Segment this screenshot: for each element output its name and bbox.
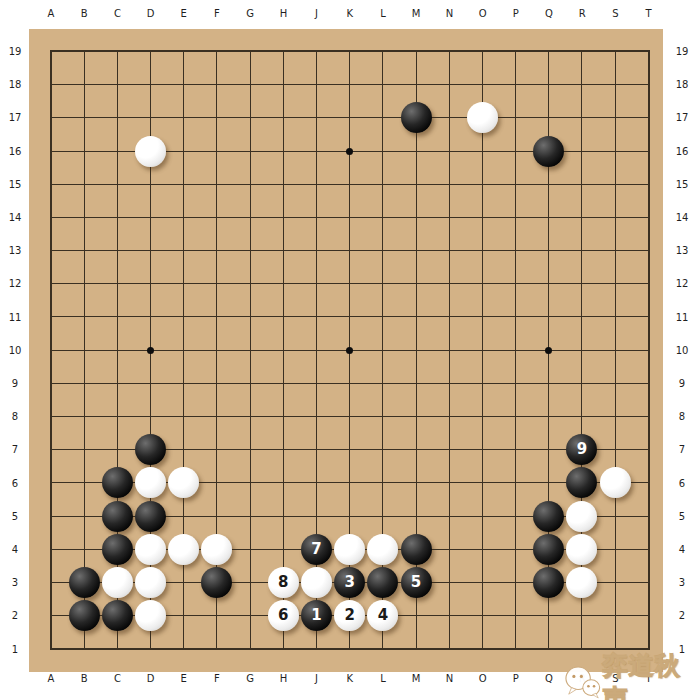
board-intersection[interactable] [167, 533, 200, 566]
board-intersection[interactable] [466, 267, 499, 300]
board-intersection[interactable] [333, 234, 366, 267]
board-intersection[interactable] [68, 334, 101, 367]
white-stone[interactable] [135, 136, 166, 167]
board-intersection[interactable] [499, 400, 532, 433]
board-intersection[interactable] [234, 433, 267, 466]
board-intersection[interactable] [200, 201, 233, 234]
board-intersection[interactable] [366, 68, 399, 101]
board-intersection[interactable] [532, 500, 565, 533]
board-intersection[interactable] [167, 300, 200, 333]
board-intersection[interactable] [134, 267, 167, 300]
board-intersection[interactable] [433, 500, 466, 533]
board-intersection[interactable] [599, 201, 632, 234]
board-intersection[interactable] [300, 134, 333, 167]
white-stone[interactable] [566, 567, 597, 598]
board-intersection[interactable] [68, 599, 101, 632]
board-intersection[interactable] [200, 234, 233, 267]
board-intersection[interactable] [267, 201, 300, 234]
board-intersection[interactable] [599, 533, 632, 566]
board-intersection[interactable] [234, 566, 267, 599]
board-intersection[interactable] [433, 466, 466, 499]
board-intersection[interactable] [267, 35, 300, 68]
board-intersection[interactable] [399, 400, 432, 433]
white-stone[interactable] [201, 534, 232, 565]
board-intersection[interactable] [300, 632, 333, 665]
board-intersection[interactable] [234, 367, 267, 400]
board-intersection[interactable] [68, 234, 101, 267]
board-intersection[interactable] [632, 632, 665, 665]
board-intersection[interactable] [466, 201, 499, 234]
board-intersection[interactable] [599, 334, 632, 367]
board-intersection[interactable] [68, 533, 101, 566]
board-intersection[interactable] [565, 400, 598, 433]
board-intersection[interactable] [101, 334, 134, 367]
board-intersection[interactable] [433, 533, 466, 566]
board-intersection[interactable] [167, 466, 200, 499]
board-intersection[interactable] [399, 68, 432, 101]
board-intersection[interactable] [234, 466, 267, 499]
board-intersection[interactable] [399, 101, 432, 134]
board-intersection[interactable] [300, 234, 333, 267]
move-5-stone[interactable]: 5 [401, 567, 432, 598]
black-stone[interactable] [367, 567, 398, 598]
white-stone[interactable] [334, 534, 365, 565]
board-intersection[interactable] [167, 599, 200, 632]
board-intersection[interactable] [101, 632, 134, 665]
board-intersection[interactable] [565, 267, 598, 300]
board-intersection[interactable] [68, 466, 101, 499]
board-intersection[interactable] [68, 267, 101, 300]
board-intersection[interactable] [200, 632, 233, 665]
board-intersection[interactable] [333, 500, 366, 533]
board-intersection[interactable] [399, 599, 432, 632]
board-intersection[interactable] [267, 367, 300, 400]
board-intersection[interactable] [565, 68, 598, 101]
board-intersection[interactable] [599, 101, 632, 134]
board-intersection[interactable] [234, 68, 267, 101]
board-intersection[interactable] [366, 267, 399, 300]
board-intersection[interactable] [68, 566, 101, 599]
board-intersection[interactable] [234, 134, 267, 167]
board-intersection[interactable] [267, 533, 300, 566]
board-intersection[interactable] [300, 201, 333, 234]
board-intersection[interactable] [134, 168, 167, 201]
board-intersection[interactable]: 2 [333, 599, 366, 632]
board-intersection[interactable] [632, 101, 665, 134]
board-intersection[interactable] [366, 234, 399, 267]
board-intersection[interactable] [532, 400, 565, 433]
board-intersection[interactable] [267, 234, 300, 267]
board-intersection[interactable] [167, 632, 200, 665]
board-intersection[interactable] [366, 334, 399, 367]
board-intersection[interactable] [565, 234, 598, 267]
board-intersection[interactable] [466, 300, 499, 333]
board-intersection[interactable] [632, 500, 665, 533]
white-stone[interactable] [135, 467, 166, 498]
board-intersection[interactable] [565, 134, 598, 167]
board-intersection[interactable] [167, 400, 200, 433]
board-intersection[interactable] [433, 35, 466, 68]
board-intersection[interactable] [134, 433, 167, 466]
board-intersection[interactable] [565, 300, 598, 333]
board-intersection[interactable] [200, 533, 233, 566]
board-intersection[interactable] [167, 367, 200, 400]
board-intersection[interactable] [234, 168, 267, 201]
board-intersection[interactable] [532, 367, 565, 400]
board-intersection[interactable] [499, 168, 532, 201]
board-intersection[interactable] [466, 68, 499, 101]
board-intersection[interactable] [433, 134, 466, 167]
board-intersection[interactable] [466, 101, 499, 134]
board-intersection[interactable] [532, 334, 565, 367]
board-intersection[interactable] [167, 35, 200, 68]
board-intersection[interactable] [167, 334, 200, 367]
board-intersection[interactable] [499, 68, 532, 101]
board-intersection[interactable] [599, 599, 632, 632]
board-intersection[interactable] [68, 500, 101, 533]
board-intersection[interactable] [433, 201, 466, 234]
board-intersection[interactable] [599, 68, 632, 101]
board-intersection[interactable] [267, 267, 300, 300]
white-stone[interactable] [467, 102, 498, 133]
board-intersection[interactable] [532, 466, 565, 499]
board-intersection[interactable] [466, 433, 499, 466]
board-intersection[interactable] [399, 334, 432, 367]
board-intersection[interactable] [366, 201, 399, 234]
board-intersection[interactable] [366, 101, 399, 134]
board-intersection[interactable]: 3 [333, 566, 366, 599]
board-intersection[interactable] [532, 566, 565, 599]
white-stone[interactable] [135, 600, 166, 631]
board-intersection[interactable] [234, 400, 267, 433]
board-intersection[interactable] [134, 101, 167, 134]
board-intersection[interactable] [632, 68, 665, 101]
board-intersection[interactable] [101, 400, 134, 433]
move-2-stone[interactable]: 2 [334, 600, 365, 631]
white-stone[interactable] [168, 467, 199, 498]
black-stone[interactable] [533, 136, 564, 167]
board-intersection[interactable] [34, 35, 67, 68]
board-intersection[interactable] [366, 168, 399, 201]
board-intersection[interactable] [466, 35, 499, 68]
board-intersection[interactable] [466, 234, 499, 267]
board-intersection[interactable] [34, 632, 67, 665]
board-intersection[interactable] [466, 466, 499, 499]
board-intersection[interactable] [134, 234, 167, 267]
board-intersection[interactable] [499, 466, 532, 499]
board-intersection[interactable] [267, 68, 300, 101]
board-intersection[interactable] [101, 433, 134, 466]
board-intersection[interactable] [499, 500, 532, 533]
board-intersection[interactable] [499, 134, 532, 167]
board-intersection[interactable] [167, 68, 200, 101]
board-intersection[interactable] [632, 533, 665, 566]
black-stone[interactable] [69, 600, 100, 631]
board-intersection[interactable] [101, 599, 134, 632]
black-stone[interactable] [566, 467, 597, 498]
black-stone[interactable] [401, 102, 432, 133]
board-intersection[interactable] [134, 599, 167, 632]
board-intersection[interactable] [565, 201, 598, 234]
board-intersection[interactable] [267, 433, 300, 466]
board-intersection[interactable] [632, 134, 665, 167]
board-intersection[interactable] [167, 134, 200, 167]
white-stone[interactable] [301, 567, 332, 598]
board-intersection[interactable] [68, 300, 101, 333]
board-intersection[interactable] [532, 300, 565, 333]
board-intersection[interactable] [499, 632, 532, 665]
board-intersection[interactable] [300, 367, 333, 400]
board-intersection[interactable] [200, 500, 233, 533]
board-intersection[interactable] [267, 101, 300, 134]
board-intersection[interactable] [34, 433, 67, 466]
board-intersection[interactable] [68, 168, 101, 201]
board-intersection[interactable] [632, 433, 665, 466]
board-intersection[interactable] [499, 267, 532, 300]
board-intersection[interactable] [34, 400, 67, 433]
board-intersection[interactable] [366, 533, 399, 566]
board-intersection[interactable] [333, 168, 366, 201]
board-intersection[interactable] [632, 234, 665, 267]
board-intersection[interactable] [34, 300, 67, 333]
black-stone[interactable] [401, 534, 432, 565]
board-intersection[interactable] [565, 35, 598, 68]
board-intersection[interactable] [134, 300, 167, 333]
board-intersection[interactable] [333, 101, 366, 134]
board-intersection[interactable] [565, 500, 598, 533]
board-intersection[interactable] [499, 35, 532, 68]
move-1-stone[interactable]: 1 [301, 600, 332, 631]
board-intersection[interactable] [433, 300, 466, 333]
board-intersection[interactable] [366, 466, 399, 499]
board-intersection[interactable] [532, 533, 565, 566]
board-intersection[interactable]: 1 [300, 599, 333, 632]
board-intersection[interactable] [433, 632, 466, 665]
board-intersection[interactable] [565, 533, 598, 566]
board-intersection[interactable] [599, 367, 632, 400]
board-intersection[interactable] [433, 234, 466, 267]
board-intersection[interactable] [101, 68, 134, 101]
board-intersection[interactable] [34, 500, 67, 533]
board-intersection[interactable] [632, 334, 665, 367]
board-intersection[interactable] [267, 466, 300, 499]
board-intersection[interactable] [565, 632, 598, 665]
board-intersection[interactable] [532, 101, 565, 134]
board-intersection[interactable] [101, 267, 134, 300]
board-intersection[interactable] [200, 101, 233, 134]
board-intersection[interactable] [499, 201, 532, 234]
board-intersection[interactable] [34, 466, 67, 499]
board-intersection[interactable] [200, 466, 233, 499]
board-intersection[interactable] [399, 234, 432, 267]
board-intersection[interactable] [167, 101, 200, 134]
board-intersection[interactable] [34, 334, 67, 367]
board-intersection[interactable] [499, 367, 532, 400]
board-intersection[interactable] [565, 466, 598, 499]
board-intersection[interactable] [200, 68, 233, 101]
board-intersection[interactable] [68, 68, 101, 101]
board-intersection[interactable] [599, 300, 632, 333]
board-intersection[interactable] [234, 101, 267, 134]
board-intersection[interactable] [599, 433, 632, 466]
board-intersection[interactable] [333, 134, 366, 167]
white-stone[interactable] [135, 567, 166, 598]
white-stone[interactable] [135, 534, 166, 565]
move-8-stone[interactable]: 8 [268, 567, 299, 598]
move-7-stone[interactable]: 7 [301, 534, 332, 565]
board-intersection[interactable] [333, 201, 366, 234]
board-intersection[interactable] [134, 201, 167, 234]
board-intersection[interactable] [34, 201, 67, 234]
board-intersection[interactable] [134, 68, 167, 101]
board-intersection[interactable] [399, 433, 432, 466]
board-intersection[interactable] [167, 566, 200, 599]
move-9-stone[interactable]: 9 [566, 434, 597, 465]
board-intersection[interactable] [101, 466, 134, 499]
board-intersection[interactable] [200, 566, 233, 599]
board-intersection[interactable] [200, 300, 233, 333]
board-intersection[interactable] [200, 367, 233, 400]
board-intersection[interactable] [433, 334, 466, 367]
board-intersection[interactable] [101, 201, 134, 234]
board-intersection[interactable] [466, 632, 499, 665]
board-intersection[interactable] [333, 533, 366, 566]
board-intersection[interactable] [532, 632, 565, 665]
board-intersection[interactable] [68, 134, 101, 167]
board-intersection[interactable] [234, 267, 267, 300]
board-intersection[interactable] [499, 566, 532, 599]
board-intersection[interactable] [632, 168, 665, 201]
board-intersection[interactable] [267, 632, 300, 665]
board-intersection[interactable] [200, 134, 233, 167]
board-intersection[interactable] [466, 599, 499, 632]
board-intersection[interactable] [34, 234, 67, 267]
board-intersection[interactable] [399, 533, 432, 566]
board-intersection[interactable] [532, 134, 565, 167]
black-stone[interactable] [102, 501, 133, 532]
board-intersection[interactable] [366, 433, 399, 466]
board-intersection[interactable] [399, 134, 432, 167]
board-intersection[interactable] [399, 201, 432, 234]
board-intersection[interactable] [433, 400, 466, 433]
board-intersection[interactable] [101, 35, 134, 68]
board-intersection[interactable] [466, 367, 499, 400]
board-intersection[interactable] [599, 466, 632, 499]
white-stone[interactable] [566, 501, 597, 532]
board-intersection[interactable] [134, 35, 167, 68]
board-intersection[interactable] [366, 367, 399, 400]
board-intersection[interactable] [300, 101, 333, 134]
board-intersection[interactable] [200, 433, 233, 466]
board-intersection[interactable] [267, 134, 300, 167]
board-intersection[interactable] [632, 201, 665, 234]
board-intersection[interactable] [134, 500, 167, 533]
board-intersection[interactable] [433, 101, 466, 134]
black-stone[interactable] [533, 501, 564, 532]
board-intersection[interactable] [34, 566, 67, 599]
board-intersection[interactable] [300, 300, 333, 333]
board-intersection[interactable] [333, 400, 366, 433]
black-stone[interactable] [102, 534, 133, 565]
board-intersection[interactable] [399, 267, 432, 300]
board-intersection[interactable] [200, 599, 233, 632]
board-intersection[interactable] [68, 400, 101, 433]
board-intersection[interactable] [267, 168, 300, 201]
board-intersection[interactable] [34, 367, 67, 400]
board-intersection[interactable] [34, 533, 67, 566]
black-stone[interactable] [135, 501, 166, 532]
board-intersection[interactable]: 7 [300, 533, 333, 566]
board-intersection[interactable] [134, 367, 167, 400]
board-intersection[interactable] [632, 400, 665, 433]
board-intersection[interactable] [599, 234, 632, 267]
board-intersection[interactable] [134, 632, 167, 665]
board-intersection[interactable] [101, 168, 134, 201]
board-intersection[interactable] [532, 168, 565, 201]
board-intersection[interactable] [134, 400, 167, 433]
board-intersection[interactable] [433, 599, 466, 632]
board-intersection[interactable] [234, 533, 267, 566]
board-intersection[interactable] [234, 334, 267, 367]
board-intersection[interactable] [565, 101, 598, 134]
board-intersection[interactable] [399, 35, 432, 68]
white-stone[interactable] [566, 534, 597, 565]
board-intersection[interactable] [200, 35, 233, 68]
board-intersection[interactable] [466, 533, 499, 566]
black-stone[interactable] [533, 567, 564, 598]
board-intersection[interactable] [34, 134, 67, 167]
board-intersection[interactable] [234, 500, 267, 533]
board-intersection[interactable] [267, 500, 300, 533]
board-intersection[interactable] [68, 35, 101, 68]
white-stone[interactable] [600, 467, 631, 498]
board-intersection[interactable] [167, 234, 200, 267]
board-intersection[interactable] [499, 334, 532, 367]
board-intersection[interactable] [300, 334, 333, 367]
board-intersection[interactable] [565, 566, 598, 599]
board-intersection[interactable] [300, 168, 333, 201]
board-intersection[interactable] [599, 267, 632, 300]
board-intersection[interactable] [34, 101, 67, 134]
board-intersection[interactable] [532, 35, 565, 68]
board-intersection[interactable] [333, 334, 366, 367]
board-intersection[interactable] [499, 300, 532, 333]
board-intersection[interactable] [399, 500, 432, 533]
board-intersection[interactable] [234, 599, 267, 632]
move-6-stone[interactable]: 6 [268, 600, 299, 631]
board-intersection[interactable] [134, 533, 167, 566]
board-intersection[interactable] [333, 68, 366, 101]
board-intersection[interactable] [101, 134, 134, 167]
board-intersection[interactable] [300, 466, 333, 499]
board-intersection[interactable] [466, 400, 499, 433]
board-intersection[interactable] [499, 533, 532, 566]
board-intersection[interactable] [599, 35, 632, 68]
board-intersection[interactable] [399, 367, 432, 400]
board-intersection[interactable] [632, 599, 665, 632]
board-intersection[interactable] [68, 632, 101, 665]
board-intersection[interactable] [134, 334, 167, 367]
board-intersection[interactable] [300, 433, 333, 466]
board-intersection[interactable] [267, 300, 300, 333]
board-intersection[interactable] [134, 466, 167, 499]
board-intersection[interactable]: 5 [399, 566, 432, 599]
board-intersection[interactable] [433, 566, 466, 599]
board-intersection[interactable] [101, 234, 134, 267]
board-intersection[interactable] [234, 201, 267, 234]
board-intersection[interactable] [267, 400, 300, 433]
board-intersection[interactable] [34, 68, 67, 101]
